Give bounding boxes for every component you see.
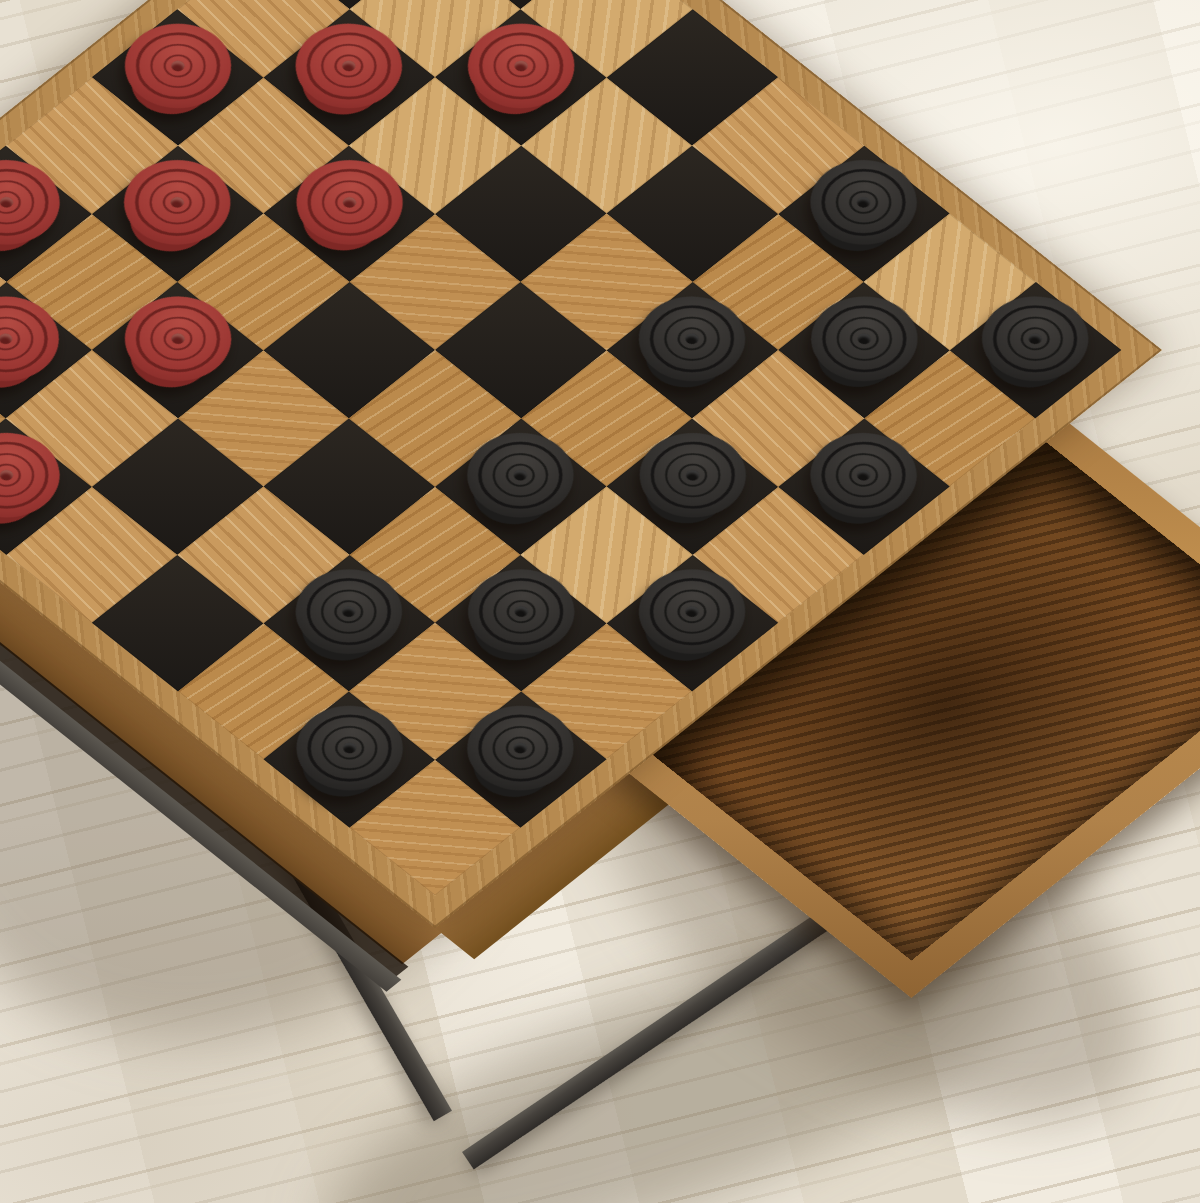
scene: ●●●●●●●●●●●●●●●●●●●●●●●●	[0, 0, 1200, 1203]
